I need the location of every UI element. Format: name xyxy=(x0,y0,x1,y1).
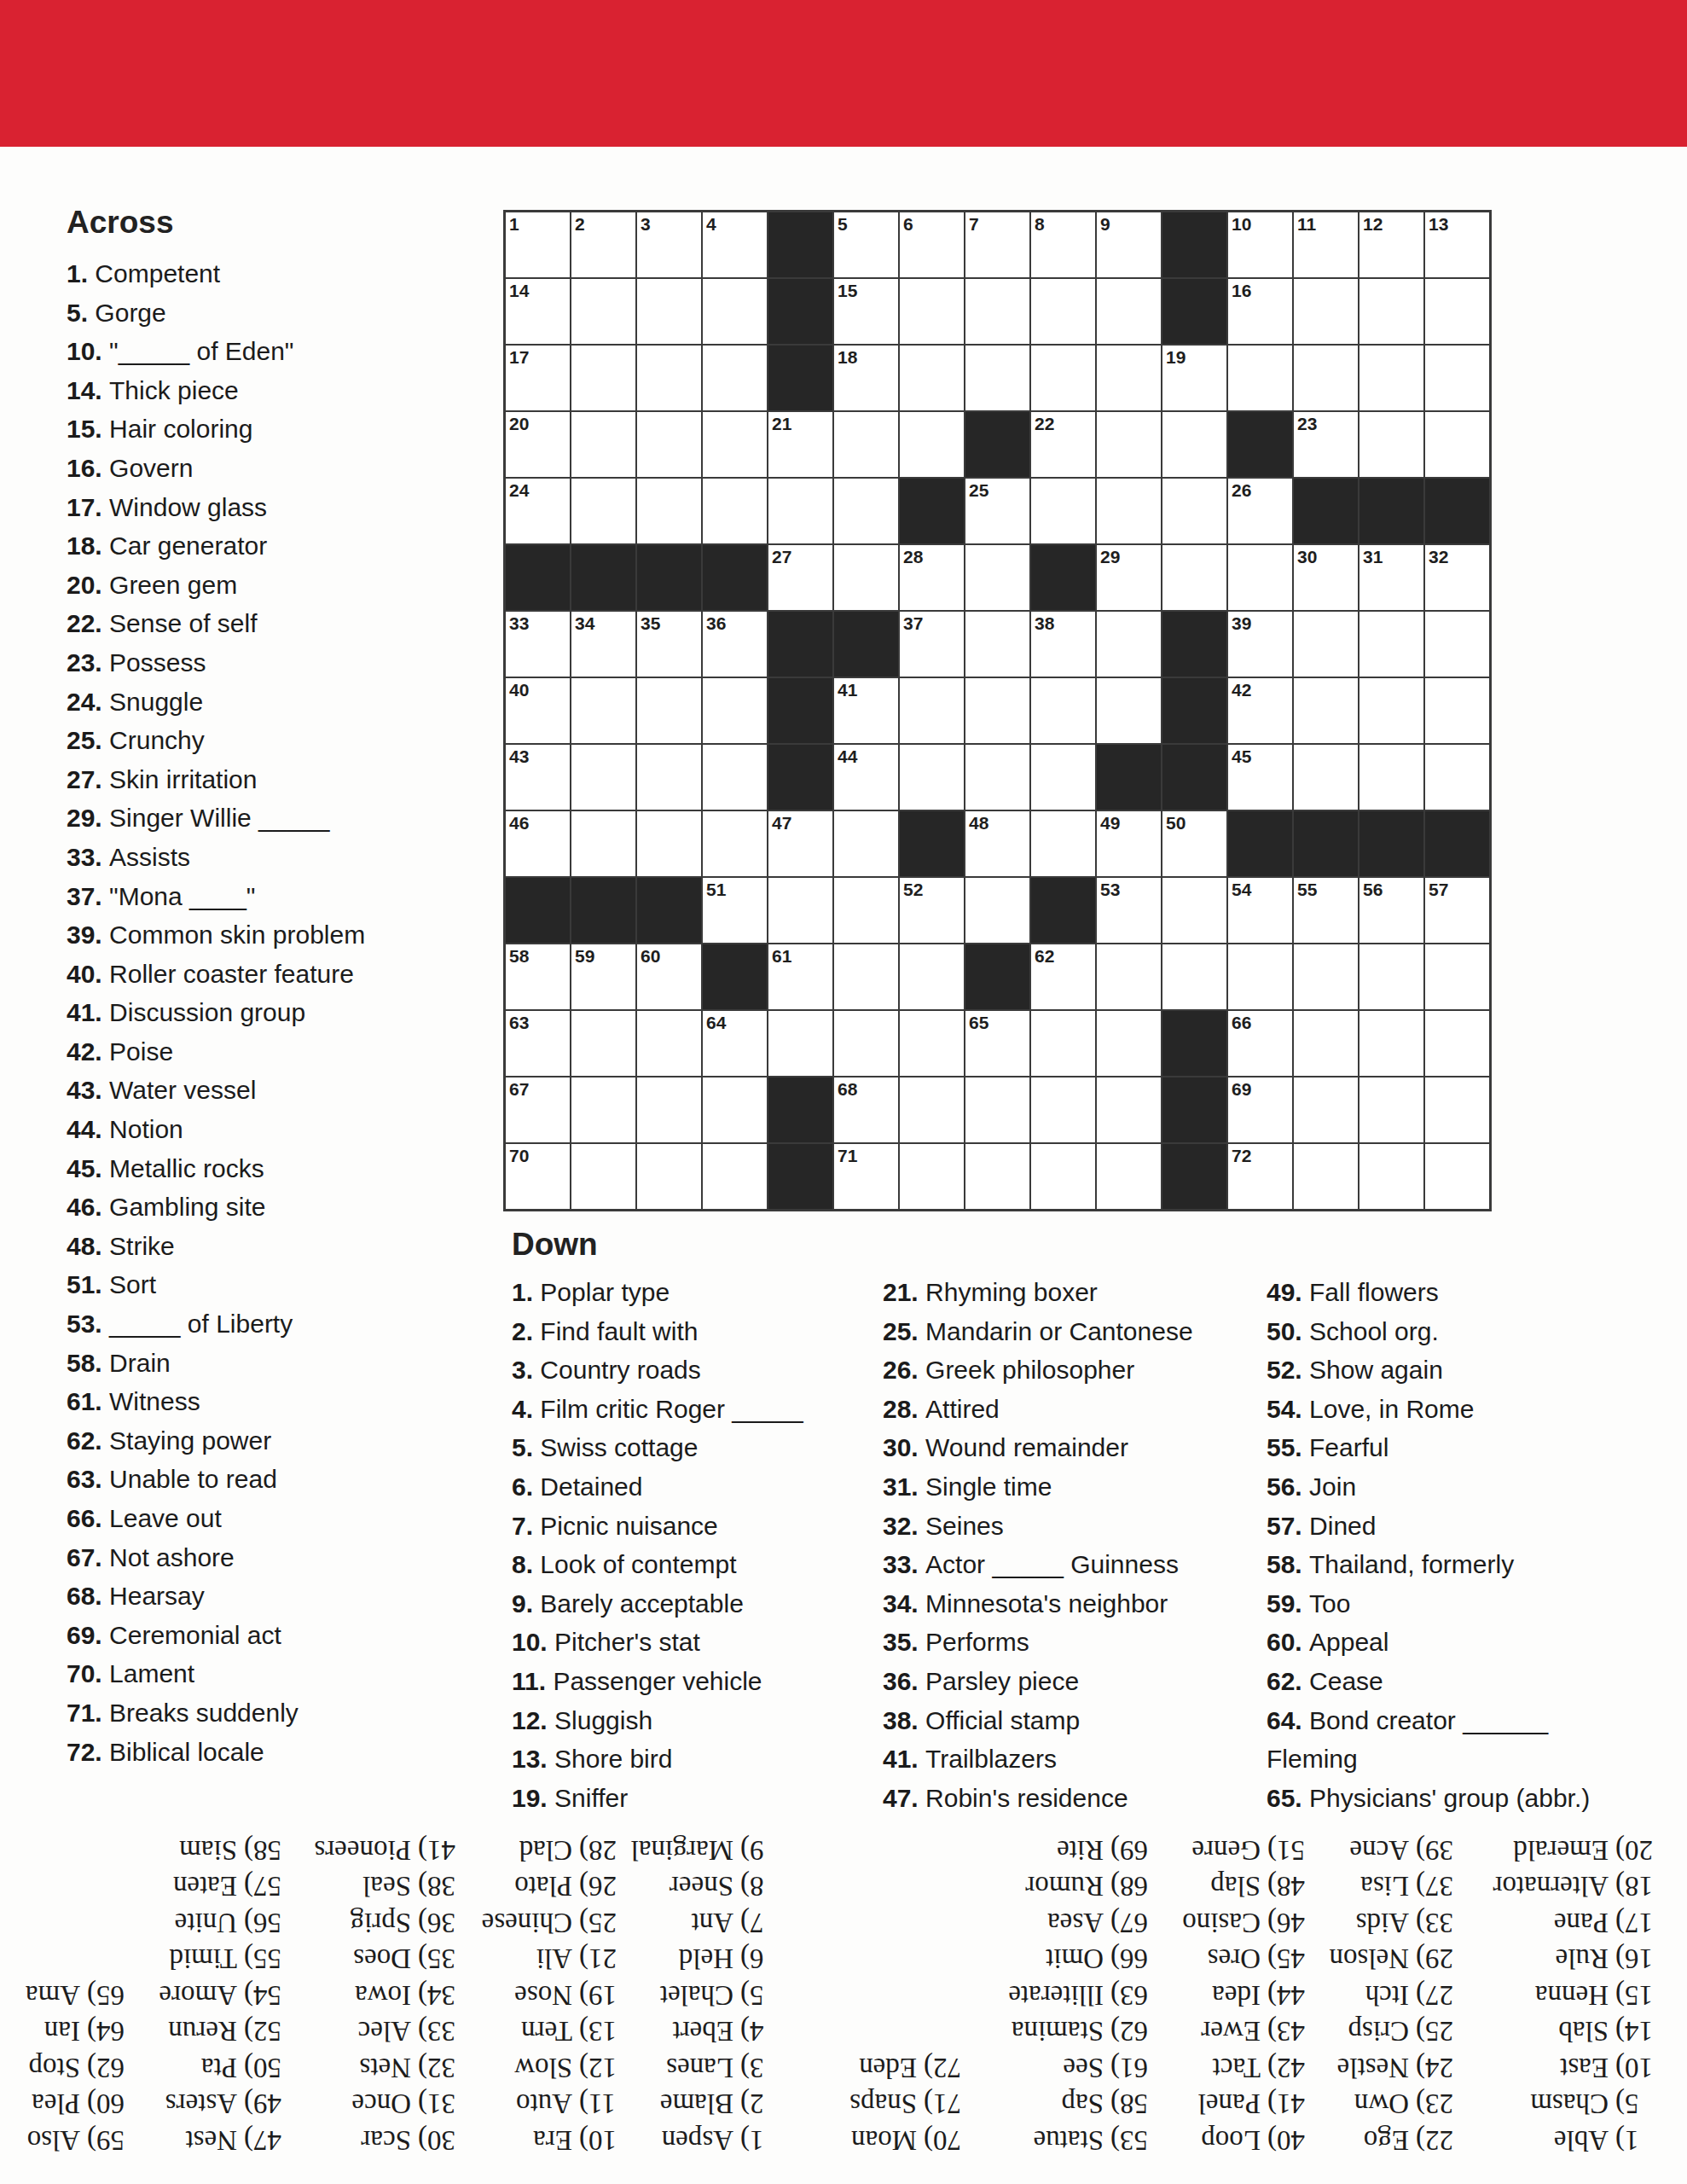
down-clue-28: 28. Attired xyxy=(883,1390,1267,1429)
grid-cell-r13c9[interactable] xyxy=(1031,1011,1095,1076)
grid-cell-r1c9[interactable]: 8 xyxy=(1031,212,1095,277)
grid-cell-r10c6[interactable] xyxy=(834,811,898,876)
grid-cell-r9c6[interactable]: 44 xyxy=(834,745,898,810)
cell-number-65: 65 xyxy=(969,1013,988,1033)
cell-number-63: 63 xyxy=(509,1013,529,1033)
grid-cell-r1c6[interactable]: 5 xyxy=(834,212,898,277)
grid-cell-r9c15[interactable] xyxy=(1425,745,1489,810)
down-answer-28: 28)Clad xyxy=(481,1833,622,1869)
grid-cell-r7c7[interactable]: 37 xyxy=(900,612,964,677)
black-cell-r15c11 xyxy=(1162,1144,1226,1209)
grid-cell-r10c5[interactable]: 47 xyxy=(768,811,832,876)
down-answer-60: 60)Plea xyxy=(27,2086,130,2123)
down-clue-65: 65. Physicians' group (abbr.) xyxy=(1267,1779,1680,1818)
grid-cell-r4c9[interactable]: 22 xyxy=(1031,412,1095,477)
across-clue-24: 24. Snuggle xyxy=(67,682,450,722)
grid-cell-r5c6[interactable] xyxy=(834,479,898,543)
cell-number-52: 52 xyxy=(903,880,923,900)
grid-cell-r2c8[interactable] xyxy=(965,279,1029,344)
grid-cell-r14c2[interactable] xyxy=(571,1077,635,1142)
grid-cell-r9c14[interactable] xyxy=(1359,745,1423,810)
grid-cell-r15c13[interactable] xyxy=(1294,1144,1358,1209)
grid-cell-r15c4[interactable] xyxy=(703,1144,767,1209)
down-answer-41: 41)Pioneers xyxy=(307,1833,461,1869)
grid-cell-r12c6[interactable] xyxy=(834,944,898,1009)
grid-cell-r8c13[interactable] xyxy=(1294,678,1358,743)
grid-cell-r1c13[interactable]: 11 xyxy=(1294,212,1358,277)
across-clue-69: 69. Ceremonial act xyxy=(67,1616,450,1655)
grid-cell-r12c1[interactable]: 58 xyxy=(506,944,570,1009)
down-clue-64: 64. Bond creator ______ Fleming xyxy=(1267,1701,1680,1779)
grid-cell-r1c1[interactable]: 1 xyxy=(506,212,570,277)
down-answer-57: 57)Eaten xyxy=(150,1868,287,1905)
grid-cell-r15c10[interactable] xyxy=(1097,1144,1161,1209)
grid-cell-r1c14[interactable]: 12 xyxy=(1359,212,1423,277)
across-clue-37: 37. "Mona ____" xyxy=(67,877,450,916)
grid-cell-r6c10[interactable]: 29 xyxy=(1097,545,1161,610)
across-answer-53: 53)Statue xyxy=(987,2123,1153,2159)
grid-cell-r3c9[interactable] xyxy=(1031,346,1095,410)
grid-cell-r6c11[interactable] xyxy=(1162,545,1226,610)
grid-cell-r3c7[interactable] xyxy=(900,346,964,410)
black-cell-r13c11 xyxy=(1162,1011,1226,1076)
grid-cell-r14c13[interactable] xyxy=(1294,1077,1358,1142)
grid-cell-r9c1[interactable]: 43 xyxy=(506,745,570,810)
grid-cell-r11c15[interactable]: 57 xyxy=(1425,878,1489,943)
grid-cell-r2c6[interactable]: 15 xyxy=(834,279,898,344)
grid-cell-r1c4[interactable]: 4 xyxy=(703,212,767,277)
cell-number-11: 11 xyxy=(1297,214,1316,235)
grid-cell-r5c1[interactable]: 24 xyxy=(506,479,570,543)
down-clue-47: 47. Robin's residence xyxy=(883,1779,1267,1818)
grid-cell-r2c4[interactable] xyxy=(703,279,767,344)
grid-cell-r14c9[interactable] xyxy=(1031,1077,1095,1142)
down-answers-column-5: 59)Also60)Plea62)Stop64)Ian65)Ama xyxy=(27,1815,130,2158)
down-answer-12: 12)Slow xyxy=(481,2050,622,2087)
grid-cell-r6c12[interactable] xyxy=(1228,545,1292,610)
grid-cell-r8c12[interactable]: 42 xyxy=(1228,678,1292,743)
grid-cell-r8c2[interactable] xyxy=(571,678,635,743)
grid-cell-r12c14[interactable] xyxy=(1359,944,1423,1009)
grid-cell-r11c12[interactable]: 54 xyxy=(1228,878,1292,943)
grid-cell-r8c4[interactable] xyxy=(703,678,767,743)
across-answers-column-5: 70)Moan71)Snaps72)Eden xyxy=(851,1815,966,2158)
down-clue-column-1: 1. Poplar type2. Find fault with3. Count… xyxy=(512,1273,878,1817)
cell-number-42: 42 xyxy=(1232,680,1251,700)
across-clue-29: 29. Singer Willie _____ xyxy=(67,799,450,838)
down-clue-55: 55. Fearful xyxy=(1267,1428,1680,1467)
grid-cell-r2c7[interactable] xyxy=(900,279,964,344)
down-clue-34: 34. Minnesota's neighbor xyxy=(883,1584,1267,1623)
down-answer-47: 47)Nest xyxy=(150,2123,287,2159)
across-answer-68: 68)Rumor xyxy=(987,1868,1153,1905)
cell-number-10: 10 xyxy=(1232,214,1251,235)
grid-cell-r4c10[interactable] xyxy=(1097,412,1161,477)
grid-cell-r11c14[interactable]: 56 xyxy=(1359,878,1423,943)
grid-cell-r4c15[interactable] xyxy=(1425,412,1489,477)
down-clue-13: 13. Shore bird xyxy=(512,1740,878,1779)
across-answer-1: 1)Able xyxy=(1479,2123,1658,2159)
grid-cell-r3c15[interactable] xyxy=(1425,346,1489,410)
grid-cell-r9c8[interactable] xyxy=(965,745,1029,810)
grid-cell-r8c14[interactable] xyxy=(1359,678,1423,743)
grid-cell-r4c4[interactable] xyxy=(703,412,767,477)
black-cell-r1c5 xyxy=(768,212,832,277)
across-clue-18: 18. Car generator xyxy=(67,526,450,566)
grid-cell-r9c9[interactable] xyxy=(1031,745,1095,810)
grid-cell-r12c11[interactable] xyxy=(1162,944,1226,1009)
down-answer-9: 9)Marginal xyxy=(642,1833,783,1869)
grid-cell-r14c4[interactable] xyxy=(703,1077,767,1142)
grid-cell-r14c3[interactable] xyxy=(637,1077,701,1142)
grid-cell-r2c2[interactable] xyxy=(571,279,635,344)
grid-cell-r5c12[interactable]: 26 xyxy=(1228,479,1292,543)
grid-cell-r10c4[interactable] xyxy=(703,811,767,876)
grid-cell-r15c6[interactable]: 71 xyxy=(834,1144,898,1209)
grid-cell-r15c14[interactable] xyxy=(1359,1144,1423,1209)
grid-cell-r10c3[interactable] xyxy=(637,811,701,876)
down-clue-19: 19. Sniffer xyxy=(512,1779,878,1818)
grid-cell-r4c14[interactable] xyxy=(1359,412,1423,477)
grid-cell-r14c14[interactable] xyxy=(1359,1077,1423,1142)
grid-cell-r13c4[interactable]: 64 xyxy=(703,1011,767,1076)
grid-cell-r8c9[interactable] xyxy=(1031,678,1095,743)
grid-cell-r7c12[interactable]: 39 xyxy=(1228,612,1292,677)
grid-cell-r8c10[interactable] xyxy=(1097,678,1161,743)
grid-cell-r15c8[interactable] xyxy=(965,1144,1029,1209)
grid-cell-r12c2[interactable]: 59 xyxy=(571,944,635,1009)
grid-cell-r14c15[interactable] xyxy=(1425,1077,1489,1142)
down-clue-35: 35. Performs xyxy=(883,1623,1267,1662)
grid-cell-r8c7[interactable] xyxy=(900,678,964,743)
black-cell-r2c5 xyxy=(768,279,832,344)
cell-number-68: 68 xyxy=(838,1079,857,1100)
grid-cell-r13c7[interactable] xyxy=(900,1011,964,1076)
down-clue-38: 38. Official stamp xyxy=(883,1701,1267,1740)
across-clue-70: 70. Lament xyxy=(67,1654,450,1693)
across-answer-46: 46)Casino xyxy=(1174,1905,1310,1942)
grid-cell-r12c10[interactable] xyxy=(1097,944,1161,1009)
grid-cell-r1c12[interactable]: 10 xyxy=(1228,212,1292,277)
grid-cell-r13c8[interactable]: 65 xyxy=(965,1011,1029,1076)
answer-key-upside-down: 1)Able5)Chasm10)East14)Slab15)Henna16)Ru… xyxy=(27,1815,1658,2158)
grid-cell-r2c1[interactable]: 14 xyxy=(506,279,570,344)
grid-cell-r7c3[interactable]: 35 xyxy=(637,612,701,677)
grid-cell-r1c7[interactable]: 6 xyxy=(900,212,964,277)
grid-cell-r2c14[interactable] xyxy=(1359,279,1423,344)
grid-cell-r4c3[interactable] xyxy=(637,412,701,477)
grid-cell-r4c5[interactable]: 21 xyxy=(768,412,832,477)
across-answer-23: 23)Own xyxy=(1330,2086,1458,2123)
grid-cell-r6c8[interactable] xyxy=(965,545,1029,610)
grid-cell-r10c1[interactable]: 46 xyxy=(506,811,570,876)
grid-cell-r9c12[interactable]: 45 xyxy=(1228,745,1292,810)
grid-cell-r9c3[interactable] xyxy=(637,745,701,810)
cell-number-64: 64 xyxy=(706,1013,726,1033)
cell-number-17: 17 xyxy=(509,347,529,368)
black-cell-r5c13 xyxy=(1294,479,1358,543)
grid-cell-r2c15[interactable] xyxy=(1425,279,1489,344)
grid-cell-r4c11[interactable] xyxy=(1162,412,1226,477)
grid-cell-r7c4[interactable]: 36 xyxy=(703,612,767,677)
grid-cell-r9c2[interactable] xyxy=(571,745,635,810)
grid-cell-r4c13[interactable]: 23 xyxy=(1294,412,1358,477)
grid-cell-r4c7[interactable] xyxy=(900,412,964,477)
grid-cell-r8c15[interactable] xyxy=(1425,678,1489,743)
grid-cell-r1c10[interactable]: 9 xyxy=(1097,212,1161,277)
grid-cell-r14c12[interactable]: 69 xyxy=(1228,1077,1292,1142)
grid-cell-r5c9[interactable] xyxy=(1031,479,1095,543)
black-cell-r6c4 xyxy=(703,545,767,610)
across-answer-71: 71)Snaps xyxy=(851,2086,966,2123)
down-answer-7: 7)Ant xyxy=(642,1905,783,1942)
grid-cell-r4c1[interactable]: 20 xyxy=(506,412,570,477)
grid-cell-r1c8[interactable]: 7 xyxy=(965,212,1029,277)
grid-cell-r13c15[interactable] xyxy=(1425,1011,1489,1076)
across-answer-44: 44)Idea xyxy=(1174,1978,1310,2014)
grid-cell-r6c5[interactable]: 27 xyxy=(768,545,832,610)
across-clue-72: 72. Biblical locale xyxy=(67,1733,450,1772)
crossword-page: Across 1. Competent5. Gorge10. "_____ of… xyxy=(0,0,1687,2184)
grid-cell-r5c11[interactable] xyxy=(1162,479,1226,543)
black-cell-r11c1 xyxy=(506,878,570,943)
cell-number-39: 39 xyxy=(1232,613,1251,634)
down-answers-column-2: 10)Era11)Auto12)Slow13)Tern19)Nose21)Ali… xyxy=(481,1815,622,2158)
grid-cell-r5c4[interactable] xyxy=(703,479,767,543)
across-answer-63: 63)Illiterate xyxy=(987,1978,1153,2014)
grid-cell-r1c3[interactable]: 3 xyxy=(637,212,701,277)
grid-cell-r3c11[interactable]: 19 xyxy=(1162,346,1226,410)
cell-number-26: 26 xyxy=(1232,480,1251,501)
cell-number-70: 70 xyxy=(509,1146,529,1166)
grid-cell-r5c10[interactable] xyxy=(1097,479,1161,543)
cell-number-62: 62 xyxy=(1035,946,1054,967)
across-answer-42: 42)Tact xyxy=(1174,2050,1310,2087)
grid-cell-r3c6[interactable]: 18 xyxy=(834,346,898,410)
down-answer-38: 38)Seal xyxy=(307,1868,461,1905)
down-answer-25: 25)Chinese xyxy=(481,1905,622,1942)
down-clue-21: 21. Rhyming boxer xyxy=(883,1273,1267,1312)
grid-cell-r15c1[interactable]: 70 xyxy=(506,1144,570,1209)
grid-cell-r6c6[interactable] xyxy=(834,545,898,610)
grid-cell-r15c2[interactable] xyxy=(571,1144,635,1209)
grid-cell-r7c15[interactable] xyxy=(1425,612,1489,677)
across-clue-17: 17. Window glass xyxy=(67,488,450,527)
grid-cell-r5c2[interactable] xyxy=(571,479,635,543)
grid-cell-r13c5[interactable] xyxy=(768,1011,832,1076)
cell-number-2: 2 xyxy=(575,214,585,235)
grid-cell-r12c3[interactable]: 60 xyxy=(637,944,701,1009)
grid-cell-r6c13[interactable]: 30 xyxy=(1294,545,1358,610)
grid-cell-r6c14[interactable]: 31 xyxy=(1359,545,1423,610)
across-answer-62: 62)Stamina xyxy=(987,2013,1153,2050)
down-clue-59: 59. Too xyxy=(1267,1584,1680,1623)
grid-cell-r7c9[interactable]: 38 xyxy=(1031,612,1095,677)
grid-cell-r15c12[interactable]: 72 xyxy=(1228,1144,1292,1209)
grid-cell-r13c10[interactable] xyxy=(1097,1011,1161,1076)
grid-cell-r4c2[interactable] xyxy=(571,412,635,477)
grid-cell-r8c8[interactable] xyxy=(965,678,1029,743)
across-clues-panel: Across 1. Competent5. Gorge10. "_____ of… xyxy=(67,205,450,1771)
grid-cell-r13c1[interactable]: 63 xyxy=(506,1011,570,1076)
grid-cell-r7c14[interactable] xyxy=(1359,612,1423,677)
grid-cell-r15c9[interactable] xyxy=(1031,1144,1095,1209)
down-clue-9: 9. Barely acceptable xyxy=(512,1584,878,1623)
grid-cell-r14c8[interactable] xyxy=(965,1077,1029,1142)
grid-cell-r12c12[interactable] xyxy=(1228,944,1292,1009)
grid-cell-r13c13[interactable] xyxy=(1294,1011,1358,1076)
grid-cell-r7c10[interactable] xyxy=(1097,612,1161,677)
grid-cell-r5c5[interactable] xyxy=(768,479,832,543)
across-answer-58: 58)Sap xyxy=(987,2086,1153,2123)
cell-number-35: 35 xyxy=(641,613,660,634)
grid-cell-r11c6[interactable] xyxy=(834,878,898,943)
grid-cell-r11c11[interactable] xyxy=(1162,878,1226,943)
grid-cell-r9c13[interactable] xyxy=(1294,745,1358,810)
grid-cell-r3c8[interactable] xyxy=(965,346,1029,410)
grid-cell-r3c12[interactable] xyxy=(1228,346,1292,410)
down-clue-52: 52. Show again xyxy=(1267,1350,1680,1390)
down-answer-3: 3)Lanes xyxy=(642,2050,783,2087)
cell-number-54: 54 xyxy=(1232,880,1251,900)
grid-cell-r6c7[interactable]: 28 xyxy=(900,545,964,610)
grid-cell-r4c6[interactable] xyxy=(834,412,898,477)
grid-cell-r7c13[interactable] xyxy=(1294,612,1358,677)
grid-cell-r10c10[interactable]: 49 xyxy=(1097,811,1161,876)
grid-cell-r11c4[interactable]: 51 xyxy=(703,878,767,943)
across-clue-63: 63. Unable to read xyxy=(67,1460,450,1499)
grid-cell-r13c14[interactable] xyxy=(1359,1011,1423,1076)
grid-cell-r15c15[interactable] xyxy=(1425,1144,1489,1209)
grid-cell-r15c3[interactable] xyxy=(637,1144,701,1209)
grid-cell-r12c9[interactable]: 62 xyxy=(1031,944,1095,1009)
grid-cell-r14c6[interactable]: 68 xyxy=(834,1077,898,1142)
down-clue-49: 49. Fall flowers xyxy=(1267,1273,1680,1312)
cell-number-59: 59 xyxy=(575,946,594,967)
grid-cell-r7c2[interactable]: 34 xyxy=(571,612,635,677)
black-cell-r10c7 xyxy=(900,811,964,876)
cell-number-28: 28 xyxy=(903,547,923,567)
black-cell-r10c12 xyxy=(1228,811,1292,876)
grid-cell-r5c8[interactable]: 25 xyxy=(965,479,1029,543)
grid-cell-r3c4[interactable] xyxy=(703,346,767,410)
across-answer-61: 61)See xyxy=(987,2050,1153,2087)
grid-cell-r2c9[interactable] xyxy=(1031,279,1095,344)
grid-cell-r2c3[interactable] xyxy=(637,279,701,344)
grid-cell-r3c10[interactable] xyxy=(1097,346,1161,410)
grid-cell-r5c3[interactable] xyxy=(637,479,701,543)
grid-cell-r3c1[interactable]: 17 xyxy=(506,346,570,410)
grid-cell-r8c6[interactable]: 41 xyxy=(834,678,898,743)
grid-cell-r11c10[interactable]: 53 xyxy=(1097,878,1161,943)
grid-cell-r7c8[interactable] xyxy=(965,612,1029,677)
down-answers-block: 1)Aspen2)Blame3)Lanes4)Ebert5)Chalet6)He… xyxy=(27,1815,783,2158)
grid-cell-r11c13[interactable]: 55 xyxy=(1294,878,1358,943)
grid-cell-r3c13[interactable] xyxy=(1294,346,1358,410)
grid-cell-r2c12[interactable]: 16 xyxy=(1228,279,1292,344)
grid-cell-r15c7[interactable] xyxy=(900,1144,964,1209)
grid-cell-r3c2[interactable] xyxy=(571,346,635,410)
grid-cell-r1c15[interactable]: 13 xyxy=(1425,212,1489,277)
grid-cell-r9c4[interactable] xyxy=(703,745,767,810)
grid-cell-r8c1[interactable]: 40 xyxy=(506,678,570,743)
black-cell-r12c4 xyxy=(703,944,767,1009)
grid-cell-r13c3[interactable] xyxy=(637,1011,701,1076)
grid-cell-r12c5[interactable]: 61 xyxy=(768,944,832,1009)
down-answer-11: 11)Auto xyxy=(481,2086,622,2123)
grid-cell-r2c10[interactable] xyxy=(1097,279,1161,344)
grid-cell-r10c11[interactable]: 50 xyxy=(1162,811,1226,876)
grid-cell-r14c1[interactable]: 67 xyxy=(506,1077,570,1142)
grid-cell-r6c15[interactable]: 32 xyxy=(1425,545,1489,610)
cell-number-25: 25 xyxy=(969,480,988,501)
across-clue-27: 27. Skin irritation xyxy=(67,760,450,799)
cell-number-12: 12 xyxy=(1363,214,1383,235)
down-clue-25: 25. Mandarin or Cantonese xyxy=(883,1312,1267,1351)
black-cell-r9c10 xyxy=(1097,745,1161,810)
grid-cell-r13c12[interactable]: 66 xyxy=(1228,1011,1292,1076)
grid-cell-r11c8[interactable] xyxy=(965,878,1029,943)
answers-block-gap xyxy=(803,1815,831,2158)
grid-cell-r14c7[interactable] xyxy=(900,1077,964,1142)
across-clue-22: 22. Sense of self xyxy=(67,604,450,643)
across-answer-5: 5)Chasm xyxy=(1479,2086,1658,2123)
across-answer-15: 15)Henna xyxy=(1479,1978,1658,2014)
cell-number-41: 41 xyxy=(838,680,857,700)
grid-cell-r7c1[interactable]: 33 xyxy=(506,612,570,677)
down-clue-57: 57. Dined xyxy=(1267,1507,1680,1546)
across-answer-72: 72)Eden xyxy=(851,2050,966,2087)
cell-number-16: 16 xyxy=(1232,281,1251,301)
across-clue-42: 42. Poise xyxy=(67,1032,450,1072)
across-answer-69: 69)Rite xyxy=(987,1833,1153,1869)
grid-cell-r10c2[interactable] xyxy=(571,811,635,876)
grid-cell-r11c7[interactable]: 52 xyxy=(900,878,964,943)
grid-cell-r9c7[interactable] xyxy=(900,745,964,810)
across-clue-20: 20. Green gem xyxy=(67,566,450,605)
down-clue-36: 36. Parsley piece xyxy=(883,1662,1267,1701)
cell-number-47: 47 xyxy=(772,813,791,834)
down-answer-62: 62)Stop xyxy=(27,2050,130,2087)
grid-cell-r10c8[interactable]: 48 xyxy=(965,811,1029,876)
grid-cell-r13c6[interactable] xyxy=(834,1011,898,1076)
down-clue-12: 12. Sluggish xyxy=(512,1701,878,1740)
down-answer-49: 49)Asters xyxy=(150,2086,287,2123)
grid-cell-r8c3[interactable] xyxy=(637,678,701,743)
black-cell-r7c5 xyxy=(768,612,832,677)
grid-cell-r3c14[interactable] xyxy=(1359,346,1423,410)
down-answers-column-1: 1)Aspen2)Blame3)Lanes4)Ebert5)Chalet6)He… xyxy=(642,1815,783,2158)
grid-cell-r12c15[interactable] xyxy=(1425,944,1489,1009)
cell-number-45: 45 xyxy=(1232,746,1251,767)
grid-cell-r11c5[interactable] xyxy=(768,878,832,943)
cell-number-44: 44 xyxy=(838,746,857,767)
cell-number-46: 46 xyxy=(509,813,529,834)
cell-number-57: 57 xyxy=(1429,880,1448,900)
grid-cell-r12c7[interactable] xyxy=(900,944,964,1009)
grid-cell-r12c13[interactable] xyxy=(1294,944,1358,1009)
grid-cell-r1c2[interactable]: 2 xyxy=(571,212,635,277)
grid-cell-r14c10[interactable] xyxy=(1097,1077,1161,1142)
down-answer-56: 56)Unite xyxy=(150,1905,287,1942)
grid-cell-r2c13[interactable] xyxy=(1294,279,1358,344)
cell-number-55: 55 xyxy=(1297,880,1317,900)
grid-cell-r10c9[interactable] xyxy=(1031,811,1095,876)
across-clue-53: 53. _____ of Liberty xyxy=(67,1304,450,1344)
grid-cell-r3c3[interactable] xyxy=(637,346,701,410)
cell-number-5: 5 xyxy=(838,214,848,235)
grid-cell-r13c2[interactable] xyxy=(571,1011,635,1076)
